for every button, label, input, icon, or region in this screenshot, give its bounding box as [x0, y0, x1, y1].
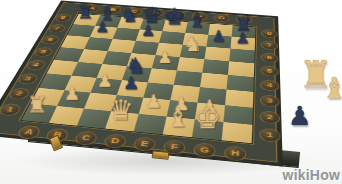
- captured-piece-black-pawn[interactable]: ♟: [288, 103, 311, 129]
- captured-piece-white-bishop[interactable]: ♝: [321, 74, 342, 103]
- white-k-piece[interactable]: ♚: [190, 103, 224, 134]
- black-p-piece[interactable]: ♟: [116, 74, 147, 92]
- chess-photo-scene: ♜♝♞♛♚♝♜♟♟♟♟♞♟♞♟♟♟♟♟♟♜♛♝♚ AA88BB77CC66DD5…: [0, 0, 342, 184]
- black-p-piece[interactable]: ♟: [89, 19, 116, 35]
- white-p-piece[interactable]: ♟: [150, 49, 179, 66]
- white-q-piece[interactable]: ♛: [104, 96, 138, 125]
- brass-latch-icon: [152, 150, 170, 160]
- white-n-piece[interactable]: ♞: [178, 33, 207, 55]
- white-p-piece[interactable]: ♟: [56, 84, 88, 103]
- white-r-piece[interactable]: ♜: [21, 93, 54, 117]
- black-p-piece[interactable]: ♟: [229, 30, 257, 46]
- wikihow-watermark: wikiHow: [283, 167, 340, 183]
- black-p-piece[interactable]: ♟: [135, 23, 162, 39]
